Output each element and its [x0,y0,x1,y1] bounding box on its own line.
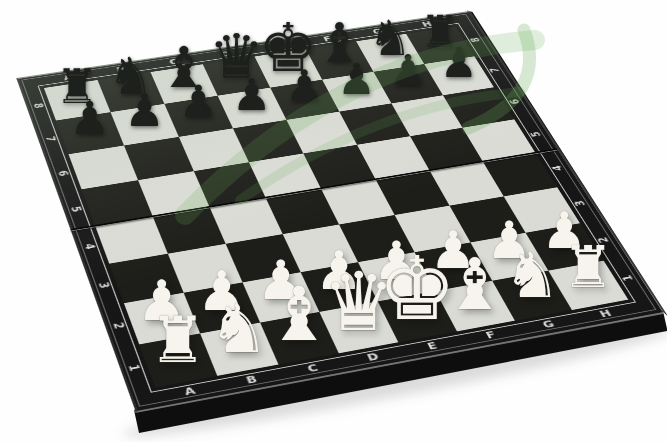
chess-set-photo: AA11BB22CC33DD44EE55FF66GG77HH88 ♜♞♝♛♚♝♞… [0,0,667,442]
file-label-top-d: D [219,49,232,58]
rank-label-left-6: 6 [55,170,71,178]
rank-label-left-4: 4 [81,242,98,250]
file-label-top-h: H [420,20,434,29]
file-label-top-g: G [371,27,384,36]
rank-label-right-6: 6 [507,98,523,105]
rank-label-left-2: 2 [110,321,128,330]
rank-label-left-3: 3 [95,281,112,290]
rank-label-left-7: 7 [43,135,59,142]
rank-label-left-5: 5 [68,205,84,213]
file-label-bottom-b: B [244,373,259,386]
file-label-top-b: B [115,65,127,74]
rank-label-right-1: 1 [619,273,637,282]
rank-label-right-7: 7 [487,67,503,74]
rank-label-left-8: 8 [31,102,47,109]
file-label-bottom-d: D [365,350,381,363]
file-label-bottom-f: F [484,329,499,341]
rank-label-left-1: 1 [125,363,143,373]
file-label-bottom-h: H [597,307,614,319]
file-label-bottom-c: C [305,362,320,375]
file-label-bottom-g: G [540,318,556,330]
file-label-bottom-e: E [425,340,440,352]
rank-label-right-8: 8 [468,36,483,43]
rank-label-right-2: 2 [595,236,612,244]
rank-label-right-5: 5 [528,130,544,137]
file-label-top-e: E [271,42,283,51]
file-label-top-a: A [62,73,74,82]
file-label-top-f: F [322,34,334,43]
file-label-bottom-a: A [182,384,197,397]
rank-label-right-4: 4 [549,164,566,172]
file-label-top-c: C [168,57,180,66]
rank-label-right-3: 3 [571,199,588,207]
